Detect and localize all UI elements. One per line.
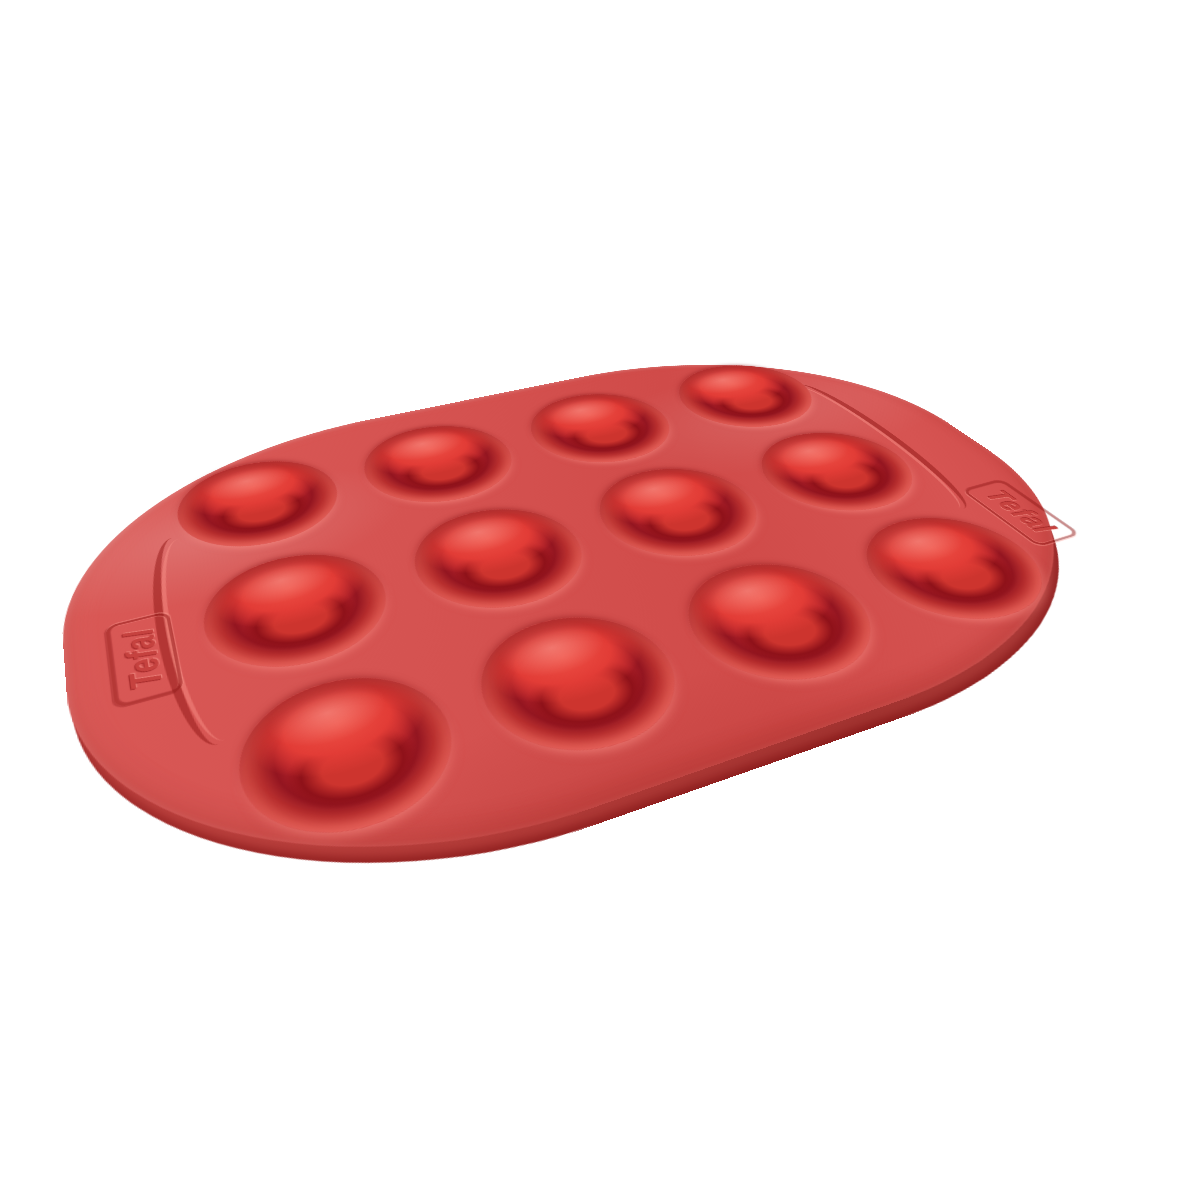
muffin-cup-6 [395,496,609,626]
cup-grid [163,354,1089,871]
tray-top-surface: Tefal Tefal [52,331,1200,985]
muffin-cup-5 [192,539,407,687]
muffin-cup-4 [656,357,838,438]
muffin-cup-7 [574,457,786,572]
muffin-cup-8 [734,422,943,525]
muffin-tray: Tefal Tefal [0,0,1200,1200]
muffin-cup-2 [349,415,534,515]
muffin-cup-1 [169,449,354,561]
tefal-logo-left-text: Tefal [115,624,172,694]
muffin-cup-3 [510,384,694,474]
photo-background: Tefal Tefal [0,0,1200,1200]
muffin-cup-10 [456,600,711,776]
muffin-cup-9 [224,658,480,863]
